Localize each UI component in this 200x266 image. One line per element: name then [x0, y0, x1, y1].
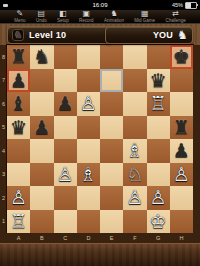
file-label-g: G [147, 233, 170, 243]
battery-percent: 45% [172, 0, 183, 10]
rank-labels: 87654321 [0, 45, 7, 233]
square-f3[interactable]: ♘ [123, 163, 146, 187]
square-a8[interactable]: ♜ [7, 45, 30, 69]
piece-black-knight[interactable]: ♞ [33, 47, 50, 66]
square-a2[interactable]: ♙ [7, 186, 30, 210]
square-h7[interactable] [170, 69, 193, 93]
square-e7[interactable] [100, 69, 123, 93]
square-a6[interactable]: ♝ [7, 92, 30, 116]
square-h3[interactable]: ♙ [170, 163, 193, 187]
square-b1[interactable] [30, 210, 53, 234]
square-a5[interactable]: ♛ [7, 116, 30, 140]
square-c4[interactable] [54, 139, 77, 163]
square-g2[interactable]: ♙ [147, 186, 170, 210]
toolbar-label: Challenge [165, 19, 185, 24]
chess-board: 87654321 ♜♞♚♟♛♝♟♙♖♛♟♜♗♟♙♗♘♙♙♙♙♖♔ ABCDEFG… [0, 45, 200, 243]
board-icon: ◧ [59, 10, 67, 18]
toolbar-item-challenge[interactable]: ⇄Challenge [165, 10, 185, 23]
rank-label-5: 5 [0, 116, 7, 140]
square-g4[interactable] [147, 139, 170, 163]
piece-white-pawn[interactable]: ♙ [173, 165, 190, 184]
piece-white-knight[interactable]: ♘ [126, 165, 143, 184]
player-plaques: ♞ Level 10 YOU ♞ [0, 25, 200, 45]
square-d7[interactable] [77, 69, 100, 93]
clock-time: 16:09 [0, 0, 200, 10]
square-e5[interactable] [100, 116, 123, 140]
square-b2[interactable] [30, 186, 53, 210]
piece-white-pawn[interactable]: ♙ [57, 165, 74, 184]
square-c2[interactable] [54, 186, 77, 210]
piece-white-bishop[interactable]: ♗ [126, 141, 143, 160]
square-c7[interactable] [54, 69, 77, 93]
black-knight-icon: ♞ [12, 29, 24, 41]
piece-white-pawn[interactable]: ♙ [126, 188, 143, 207]
piece-black-pawn[interactable]: ♟ [57, 94, 74, 113]
square-h6[interactable] [170, 92, 193, 116]
piece-black-rook[interactable]: ♜ [10, 47, 27, 66]
square-b3[interactable] [30, 163, 53, 187]
piece-white-rook[interactable]: ♖ [150, 94, 167, 113]
square-h5[interactable]: ♜ [170, 116, 193, 140]
file-label-f: F [123, 233, 146, 243]
square-d3[interactable]: ♗ [77, 163, 100, 187]
square-e2[interactable] [100, 186, 123, 210]
white-knight-icon: ♞ [177, 29, 188, 41]
rank-label-4: 4 [0, 139, 7, 163]
square-b8[interactable]: ♞ [30, 45, 53, 69]
knight-icon: ♞ [110, 10, 117, 18]
document-icon: ▤ [38, 10, 46, 18]
square-b7[interactable] [30, 69, 53, 93]
square-g1[interactable]: ♔ [147, 210, 170, 234]
piece-black-queen[interactable]: ♛ [10, 118, 27, 137]
square-e8[interactable] [100, 45, 123, 69]
square-f7[interactable] [123, 69, 146, 93]
user-name: YOU [153, 30, 173, 40]
toolbar-item-undo[interactable]: ▤Undo [36, 10, 47, 23]
toolbar-item-menu[interactable]: ✎Menu [14, 10, 25, 23]
square-g6[interactable]: ♖ [147, 92, 170, 116]
toolbar-label: Mid Game [134, 19, 155, 24]
square-h8[interactable]: ♚ [170, 45, 193, 69]
wooden-frame [0, 243, 200, 266]
square-b4[interactable] [30, 139, 53, 163]
square-d5[interactable] [77, 116, 100, 140]
board-squares: ♜♞♚♟♛♝♟♙♖♛♟♜♗♟♙♗♘♙♙♙♙♖♔ [7, 45, 193, 233]
square-b6[interactable] [30, 92, 53, 116]
rank-label-7: 7 [0, 69, 7, 93]
square-g8[interactable] [147, 45, 170, 69]
toolbar-item-animation[interactable]: ♞Animation [104, 10, 124, 23]
square-g3[interactable] [147, 163, 170, 187]
piece-black-pawn[interactable]: ♟ [173, 141, 190, 160]
piece-black-pawn[interactable]: ♟ [10, 71, 27, 90]
file-label-c: C [54, 233, 77, 243]
app-screen: 16:09 45% ✎Menu▤Undo◧Setup▣Record♞Animat… [0, 0, 200, 266]
rank-label-8: 8 [0, 45, 7, 69]
toolbar-item-mid-game[interactable]: ▦Mid Game [134, 10, 155, 23]
square-f1[interactable] [123, 210, 146, 234]
rank-label-1: 1 [0, 210, 7, 234]
square-g7[interactable]: ♛ [147, 69, 170, 93]
board-right-edge [193, 45, 200, 233]
piece-white-king[interactable]: ♔ [150, 212, 167, 231]
square-d6[interactable]: ♙ [77, 92, 100, 116]
square-f4[interactable]: ♗ [123, 139, 146, 163]
piece-white-bishop[interactable]: ♗ [80, 165, 97, 184]
file-label-d: D [77, 233, 100, 243]
piece-black-queen[interactable]: ♛ [150, 71, 167, 90]
square-f6[interactable] [123, 92, 146, 116]
toolbar-label: Record [79, 19, 94, 24]
rank-label-3: 3 [0, 163, 7, 187]
file-label-b: B [30, 233, 53, 243]
piece-black-rook[interactable]: ♜ [173, 118, 190, 137]
square-f8[interactable] [123, 45, 146, 69]
user-plaque[interactable]: YOU ♞ [105, 26, 193, 44]
toolbar-label: Animation [104, 19, 124, 24]
rank-label-6: 6 [0, 92, 7, 116]
square-d1[interactable] [77, 210, 100, 234]
piece-black-bishop[interactable]: ♝ [10, 94, 27, 113]
file-label-e: E [100, 233, 123, 243]
rank-label-2: 2 [0, 186, 7, 210]
square-c8[interactable] [54, 45, 77, 69]
challenge-icon: ⇄ [172, 10, 179, 18]
square-h2[interactable] [170, 186, 193, 210]
piece-black-king[interactable]: ♚ [173, 47, 190, 66]
square-f5[interactable] [123, 116, 146, 140]
pencil-icon: ✎ [17, 10, 24, 18]
toolbar-item-record[interactable]: ▣Record [79, 10, 94, 23]
grid-icon: ▦ [141, 10, 149, 18]
file-label-a: A [7, 233, 30, 243]
square-c5[interactable] [54, 116, 77, 140]
opponent-plaque[interactable]: ♞ Level 10 [7, 26, 113, 44]
toolbar-label: Setup [57, 19, 69, 24]
status-bar: 16:09 45% [0, 0, 200, 10]
square-a3[interactable] [7, 163, 30, 187]
square-c6[interactable]: ♟ [54, 92, 77, 116]
piece-white-pawn[interactable]: ♙ [80, 94, 97, 113]
square-h1[interactable] [170, 210, 193, 234]
square-g5[interactable] [147, 116, 170, 140]
square-a7[interactable]: ♟ [7, 69, 30, 93]
board-corner [193, 233, 200, 243]
square-d4[interactable] [77, 139, 100, 163]
board-corner [0, 233, 7, 243]
file-labels: ABCDEFGH [7, 233, 193, 243]
square-b5[interactable]: ♟ [30, 116, 53, 140]
toolbar-label: Undo [36, 19, 47, 24]
square-h4[interactable]: ♟ [170, 139, 193, 163]
square-e4[interactable] [100, 139, 123, 163]
piece-white-pawn[interactable]: ♙ [150, 188, 167, 207]
square-f2[interactable]: ♙ [123, 186, 146, 210]
square-c3[interactable]: ♙ [54, 163, 77, 187]
toolbar-label: Menu [14, 19, 25, 24]
piece-black-pawn[interactable]: ♟ [33, 118, 50, 137]
opponent-name: Level 10 [29, 30, 66, 40]
square-d8[interactable] [77, 45, 100, 69]
file-label-h: H [170, 233, 193, 243]
toolbar: ✎Menu▤Undo◧Setup▣Record♞Animation▦Mid Ga… [0, 10, 200, 24]
square-e3[interactable] [100, 163, 123, 187]
toolbar-item-setup[interactable]: ◧Setup [57, 10, 69, 23]
square-e6[interactable] [100, 92, 123, 116]
square-c1[interactable] [54, 210, 77, 234]
record-icon: ▣ [83, 10, 91, 18]
square-a1[interactable]: ♖ [7, 210, 30, 234]
piece-white-pawn[interactable]: ♙ [10, 188, 27, 207]
square-a4[interactable] [7, 139, 30, 163]
battery-icon [185, 2, 197, 9]
square-d2[interactable] [77, 186, 100, 210]
square-e1[interactable] [100, 210, 123, 234]
piece-white-rook[interactable]: ♖ [10, 212, 27, 231]
